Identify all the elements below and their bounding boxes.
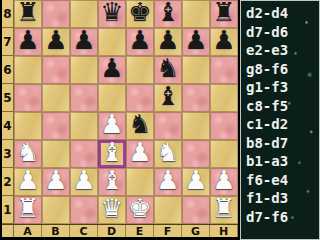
square-e1[interactable]: ♚ bbox=[126, 196, 154, 224]
square-a7[interactable]: ♟ bbox=[14, 28, 42, 56]
square-f4[interactable] bbox=[154, 112, 182, 140]
move-item[interactable]: f1-d3 bbox=[246, 189, 319, 208]
black-pawn[interactable]: ♟ bbox=[44, 27, 67, 53]
white-pawn[interactable]: ♟ bbox=[212, 167, 235, 193]
move-list: d2-d4d7-d6e2-e3g8-f6g1-f3c8-f5c1-d2b8-d7… bbox=[241, 1, 319, 226]
square-b6[interactable] bbox=[42, 56, 70, 84]
square-g6[interactable] bbox=[182, 56, 210, 84]
move-item[interactable]: e2-e3 bbox=[246, 41, 319, 60]
white-pawn[interactable]: ♟ bbox=[128, 139, 151, 165]
square-e8[interactable]: ♚ bbox=[126, 0, 154, 28]
square-d1[interactable]: ♛ bbox=[98, 196, 126, 224]
square-g1[interactable] bbox=[182, 196, 210, 224]
white-bishop[interactable]: ♝ bbox=[100, 139, 123, 165]
square-f2[interactable]: ♟ bbox=[154, 168, 182, 196]
square-b1[interactable] bbox=[42, 196, 70, 224]
file-label: C bbox=[70, 225, 98, 238]
white-pawn[interactable]: ♟ bbox=[44, 167, 67, 193]
black-king[interactable]: ♚ bbox=[128, 0, 151, 25]
file-label: D bbox=[98, 225, 126, 238]
square-c6[interactable] bbox=[70, 56, 98, 84]
square-d8[interactable]: ♛ bbox=[98, 0, 126, 28]
black-pawn[interactable]: ♟ bbox=[72, 27, 95, 53]
square-g7[interactable]: ♟ bbox=[182, 28, 210, 56]
move-item[interactable]: b1-a3 bbox=[246, 152, 319, 171]
corner-cell bbox=[2, 225, 14, 238]
rank-label: 5 bbox=[2, 84, 14, 112]
square-f7[interactable]: ♟ bbox=[154, 28, 182, 56]
square-c2[interactable]: ♟ bbox=[70, 168, 98, 196]
file-label: F bbox=[154, 225, 182, 238]
square-h2[interactable]: ♟ bbox=[210, 168, 238, 196]
square-h7[interactable]: ♟ bbox=[210, 28, 238, 56]
square-e2[interactable] bbox=[126, 168, 154, 196]
white-king[interactable]: ♚ bbox=[128, 195, 151, 221]
square-a8[interactable]: ♜ bbox=[14, 0, 42, 28]
rank-label: 6 bbox=[2, 56, 14, 84]
square-h5[interactable] bbox=[210, 84, 238, 112]
square-g2[interactable]: ♟ bbox=[182, 168, 210, 196]
square-g8[interactable] bbox=[182, 0, 210, 28]
square-d3[interactable]: ♝ bbox=[98, 140, 126, 168]
square-a5[interactable] bbox=[14, 84, 42, 112]
chess-app: 87654321 ♜♛♚♝♜♟♟♟♟♟♟♟♟♞♝♟♞♞♝♟♞♟♟♟♝♟♟♟♜♛♚… bbox=[0, 0, 320, 240]
file-label: G bbox=[182, 225, 210, 238]
square-b5[interactable] bbox=[42, 84, 70, 112]
black-rook[interactable]: ♜ bbox=[212, 0, 235, 25]
rank-label: 2 bbox=[2, 168, 14, 196]
rank-label: 4 bbox=[2, 112, 14, 140]
white-knight[interactable]: ♞ bbox=[156, 139, 179, 165]
square-f1[interactable] bbox=[154, 196, 182, 224]
rank-label: 1 bbox=[2, 196, 14, 224]
black-pawn[interactable]: ♟ bbox=[212, 27, 235, 53]
square-e5[interactable] bbox=[126, 84, 154, 112]
file-label: B bbox=[42, 225, 70, 238]
square-e3[interactable]: ♟ bbox=[126, 140, 154, 168]
move-item[interactable]: b8-d7 bbox=[246, 134, 319, 153]
white-pawn[interactable]: ♟ bbox=[16, 167, 39, 193]
square-d2[interactable]: ♝ bbox=[98, 168, 126, 196]
square-f5[interactable]: ♝ bbox=[154, 84, 182, 112]
black-bishop[interactable]: ♝ bbox=[156, 0, 179, 25]
square-g3[interactable] bbox=[182, 140, 210, 168]
black-rook[interactable]: ♜ bbox=[16, 0, 39, 25]
file-label: E bbox=[126, 225, 154, 238]
move-item[interactable]: c8-f5 bbox=[246, 97, 319, 116]
rank-label: 3 bbox=[2, 140, 14, 168]
square-d6[interactable]: ♟ bbox=[98, 56, 126, 84]
black-queen[interactable]: ♛ bbox=[100, 0, 123, 25]
square-f3[interactable]: ♞ bbox=[154, 140, 182, 168]
square-g4[interactable] bbox=[182, 112, 210, 140]
rank-label: 7 bbox=[2, 28, 14, 56]
square-c5[interactable] bbox=[70, 84, 98, 112]
square-b7[interactable]: ♟ bbox=[42, 28, 70, 56]
square-h1[interactable]: ♜ bbox=[210, 196, 238, 224]
move-list-panel: d2-d4d7-d6e2-e3g8-f6g1-f3c8-f5c1-d2b8-d7… bbox=[240, 0, 320, 240]
move-item[interactable]: d2-d4 bbox=[246, 4, 319, 23]
white-rook[interactable]: ♜ bbox=[16, 195, 39, 221]
black-pawn[interactable]: ♟ bbox=[156, 27, 179, 53]
move-item[interactable]: d7-d6 bbox=[246, 23, 319, 42]
chess-board: ♜♛♚♝♜♟♟♟♟♟♟♟♟♞♝♟♞♞♝♟♞♟♟♟♝♟♟♟♜♛♚♜ bbox=[14, 0, 238, 224]
black-pawn[interactable]: ♟ bbox=[128, 27, 151, 53]
square-f6[interactable]: ♞ bbox=[154, 56, 182, 84]
move-item[interactable]: f6-e4 bbox=[246, 171, 319, 190]
file-labels: ABCDEFGH bbox=[2, 224, 238, 237]
square-b3[interactable] bbox=[42, 140, 70, 168]
move-item[interactable]: c1-d2 bbox=[246, 115, 319, 134]
file-label: A bbox=[14, 225, 42, 238]
square-e4[interactable]: ♞ bbox=[126, 112, 154, 140]
square-a6[interactable] bbox=[14, 56, 42, 84]
square-d5[interactable] bbox=[98, 84, 126, 112]
square-a1[interactable]: ♜ bbox=[14, 196, 42, 224]
white-knight[interactable]: ♞ bbox=[16, 139, 39, 165]
square-b8[interactable] bbox=[42, 0, 70, 28]
rank-label: 8 bbox=[2, 0, 14, 28]
square-b2[interactable]: ♟ bbox=[42, 168, 70, 196]
rank-labels: 87654321 bbox=[2, 0, 14, 224]
square-e6[interactable] bbox=[126, 56, 154, 84]
black-bishop[interactable]: ♝ bbox=[156, 83, 179, 109]
square-h3[interactable] bbox=[210, 140, 238, 168]
black-knight[interactable]: ♞ bbox=[156, 55, 179, 81]
black-pawn[interactable]: ♟ bbox=[100, 55, 123, 81]
square-h4[interactable] bbox=[210, 112, 238, 140]
square-c3[interactable] bbox=[70, 140, 98, 168]
move-item[interactable]: d7-f6 bbox=[246, 208, 319, 227]
square-e7[interactable]: ♟ bbox=[126, 28, 154, 56]
file-label: H bbox=[210, 225, 238, 238]
square-g5[interactable] bbox=[182, 84, 210, 112]
white-bishop[interactable]: ♝ bbox=[100, 167, 123, 193]
black-pawn[interactable]: ♟ bbox=[16, 27, 39, 53]
square-d4[interactable]: ♟ bbox=[98, 112, 126, 140]
square-c8[interactable] bbox=[70, 0, 98, 28]
square-c1[interactable] bbox=[70, 196, 98, 224]
square-h6[interactable] bbox=[210, 56, 238, 84]
black-pawn[interactable]: ♟ bbox=[184, 27, 207, 53]
white-pawn[interactable]: ♟ bbox=[72, 167, 95, 193]
square-a2[interactable]: ♟ bbox=[14, 168, 42, 196]
square-c7[interactable]: ♟ bbox=[70, 28, 98, 56]
square-c4[interactable] bbox=[70, 112, 98, 140]
square-f8[interactable]: ♝ bbox=[154, 0, 182, 28]
white-pawn[interactable]: ♟ bbox=[156, 167, 179, 193]
square-b4[interactable] bbox=[42, 112, 70, 140]
square-a4[interactable] bbox=[14, 112, 42, 140]
white-pawn[interactable]: ♟ bbox=[100, 111, 123, 137]
move-item[interactable]: g1-f3 bbox=[246, 78, 319, 97]
square-a3[interactable]: ♞ bbox=[14, 140, 42, 168]
move-item[interactable]: g8-f6 bbox=[246, 60, 319, 79]
white-rook[interactable]: ♜ bbox=[212, 195, 235, 221]
white-queen[interactable]: ♛ bbox=[100, 195, 123, 221]
black-knight[interactable]: ♞ bbox=[128, 111, 151, 137]
white-pawn[interactable]: ♟ bbox=[184, 167, 207, 193]
square-d7[interactable] bbox=[98, 28, 126, 56]
square-h8[interactable]: ♜ bbox=[210, 0, 238, 28]
